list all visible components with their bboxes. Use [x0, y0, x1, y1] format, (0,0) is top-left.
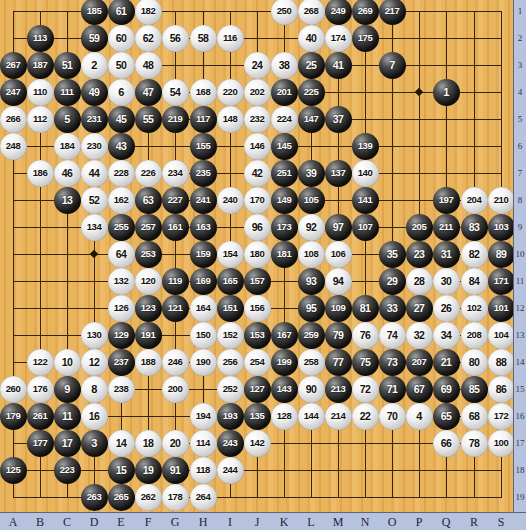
white-stone-H16-move-194[interactable]: 194: [190, 403, 217, 430]
black-stone-E19-move-265[interactable]: 265: [108, 484, 135, 511]
black-stone-K8-move-149[interactable]: 149: [271, 187, 298, 214]
white-stone-R8-move-204[interactable]: 204: [461, 187, 488, 214]
white-stone-D8-move-52[interactable]: 52: [81, 187, 108, 214]
black-stone-A4-move-247[interactable]: 247: [0, 79, 27, 106]
white-stone-G2-move-56[interactable]: 56: [162, 25, 189, 52]
column-label-H: H: [199, 515, 208, 530]
black-stone-C16-move-11[interactable]: 11: [54, 403, 81, 430]
column-label-S: S: [498, 515, 505, 530]
white-stone-O13-move-74[interactable]: 74: [379, 322, 406, 349]
black-stone-L12-move-95[interactable]: 95: [298, 295, 325, 322]
black-stone-K6-move-145[interactable]: 145: [271, 133, 298, 160]
black-stone-G18-move-91[interactable]: 91: [162, 457, 189, 484]
black-stone-H5-move-117[interactable]: 117: [190, 106, 217, 133]
white-stone-E4-move-6[interactable]: 6: [108, 79, 135, 106]
black-stone-Q9-move-211[interactable]: 211: [433, 214, 460, 241]
white-stone-F7-move-226[interactable]: 226: [135, 160, 162, 187]
white-stone-S16-move-172[interactable]: 172: [488, 403, 515, 430]
black-stone-B17-move-177[interactable]: 177: [27, 430, 54, 457]
black-stone-F12-move-123[interactable]: 123: [135, 295, 162, 322]
black-stone-D1-move-185[interactable]: 185: [81, 0, 108, 25]
black-stone-A18-move-125[interactable]: 125: [0, 457, 27, 484]
row-label-2: 2: [514, 33, 526, 43]
column-label-J: J: [255, 515, 260, 530]
black-stone-J15-move-127[interactable]: 127: [244, 376, 271, 403]
black-stone-D5-move-231[interactable]: 231: [81, 106, 108, 133]
white-stone-J8-move-170[interactable]: 170: [244, 187, 271, 214]
white-stone-L2-move-40[interactable]: 40: [298, 25, 325, 52]
column-label-B: B: [36, 515, 44, 530]
white-stone-M11-move-94[interactable]: 94: [325, 268, 352, 295]
black-stone-N9-move-107[interactable]: 107: [352, 214, 379, 241]
white-stone-J10-move-180[interactable]: 180: [244, 241, 271, 268]
white-stone-J4-move-202[interactable]: 202: [244, 79, 271, 106]
white-stone-I4-move-220[interactable]: 220: [217, 79, 244, 106]
row-coordinates-axis: 12345678910111213141516171819: [513, 0, 526, 512]
white-stone-I13-move-152[interactable]: 152: [217, 322, 244, 349]
black-stone-O12-move-33[interactable]: 33: [379, 295, 406, 322]
black-stone-S11-move-171[interactable]: 171: [488, 268, 515, 295]
white-stone-D13-move-130[interactable]: 130: [81, 322, 108, 349]
black-stone-C8-move-13[interactable]: 13: [54, 187, 81, 214]
black-stone-F10-move-253[interactable]: 253: [135, 241, 162, 268]
black-stone-I11-move-165[interactable]: 165: [217, 268, 244, 295]
white-stone-I8-move-240[interactable]: 240: [217, 187, 244, 214]
white-stone-J5-move-232[interactable]: 232: [244, 106, 271, 133]
white-stone-J14-move-254[interactable]: 254: [244, 349, 271, 376]
black-stone-Q16-move-65[interactable]: 65: [433, 403, 460, 430]
white-stone-J6-move-146[interactable]: 146: [244, 133, 271, 160]
white-stone-C6-move-184[interactable]: 184: [54, 133, 81, 160]
black-stone-L5-move-147[interactable]: 147: [298, 106, 325, 133]
black-stone-Q15-move-69[interactable]: 69: [433, 376, 460, 403]
black-stone-I17-move-243[interactable]: 243: [217, 430, 244, 457]
black-stone-B16-move-261[interactable]: 261: [27, 403, 54, 430]
black-stone-C17-move-17[interactable]: 17: [54, 430, 81, 457]
black-stone-I12-move-151[interactable]: 151: [217, 295, 244, 322]
row-label-7: 7: [514, 168, 526, 178]
white-stone-K16-move-128[interactable]: 128: [271, 403, 298, 430]
white-stone-J9-move-96[interactable]: 96: [244, 214, 271, 241]
black-stone-M7-move-137[interactable]: 137: [325, 160, 352, 187]
column-label-N: N: [361, 515, 370, 530]
black-stone-A16-move-179[interactable]: 179: [0, 403, 27, 430]
black-stone-F13-move-191[interactable]: 191: [135, 322, 162, 349]
black-stone-H7-move-235[interactable]: 235: [190, 160, 217, 187]
white-stone-J17-move-142[interactable]: 142: [244, 430, 271, 457]
white-stone-D7-move-44[interactable]: 44: [81, 160, 108, 187]
black-stone-L7-move-39[interactable]: 39: [298, 160, 325, 187]
white-stone-I15-move-252[interactable]: 252: [217, 376, 244, 403]
column-label-A: A: [9, 515, 18, 530]
row-label-4: 4: [514, 87, 526, 97]
white-stone-H13-move-150[interactable]: 150: [190, 322, 217, 349]
column-label-K: K: [280, 515, 289, 530]
white-stone-G14-move-246[interactable]: 246: [162, 349, 189, 376]
white-stone-L1-move-268[interactable]: 268: [298, 0, 325, 25]
black-stone-N8-move-141[interactable]: 141: [352, 187, 379, 214]
white-stone-L15-move-90[interactable]: 90: [298, 376, 325, 403]
black-stone-Q10-move-31[interactable]: 31: [433, 241, 460, 268]
black-stone-D4-move-49[interactable]: 49: [81, 79, 108, 106]
column-label-E: E: [117, 515, 124, 530]
white-stone-F17-move-18[interactable]: 18: [135, 430, 162, 457]
white-stone-B14-move-122[interactable]: 122: [27, 349, 54, 376]
white-stone-H14-move-190[interactable]: 190: [190, 349, 217, 376]
white-stone-D14-move-12[interactable]: 12: [81, 349, 108, 376]
white-stone-H18-move-118[interactable]: 118: [190, 457, 217, 484]
white-stone-H17-move-114[interactable]: 114: [190, 430, 217, 457]
white-stone-A15-move-260[interactable]: 260: [0, 376, 27, 403]
white-stone-D3-move-2[interactable]: 2: [81, 52, 108, 79]
column-label-F: F: [145, 515, 152, 530]
white-stone-S14-move-88[interactable]: 88: [488, 349, 515, 376]
white-stone-E7-move-228[interactable]: 228: [108, 160, 135, 187]
go-board[interactable]: 1856118225026824926921711359606256581164…: [0, 0, 513, 512]
black-stone-B2-move-113[interactable]: 113: [27, 25, 54, 52]
white-stone-D16-move-16[interactable]: 16: [81, 403, 108, 430]
black-stone-F18-move-19[interactable]: 19: [135, 457, 162, 484]
white-stone-J12-move-156[interactable]: 156: [244, 295, 271, 322]
black-stone-N1-move-269[interactable]: 269: [352, 0, 379, 25]
white-stone-C14-move-10[interactable]: 10: [54, 349, 81, 376]
black-stone-C3-move-51[interactable]: 51: [54, 52, 81, 79]
white-stone-H4-move-168[interactable]: 168: [190, 79, 217, 106]
black-stone-H8-move-241[interactable]: 241: [190, 187, 217, 214]
white-stone-L16-move-144[interactable]: 144: [298, 403, 325, 430]
white-stone-S13-move-104[interactable]: 104: [488, 322, 515, 349]
black-stone-M9-move-97[interactable]: 97: [325, 214, 352, 241]
black-stone-J16-move-135[interactable]: 135: [244, 403, 271, 430]
column-label-G: G: [171, 515, 180, 530]
row-label-14: 14: [514, 357, 526, 367]
black-stone-L8-move-105[interactable]: 105: [298, 187, 325, 214]
column-label-L: L: [307, 515, 314, 530]
black-stone-N2-move-175[interactable]: 175: [352, 25, 379, 52]
white-stone-J3-move-24[interactable]: 24: [244, 52, 271, 79]
white-stone-N15-move-72[interactable]: 72: [352, 376, 379, 403]
white-stone-R11-move-84[interactable]: 84: [461, 268, 488, 295]
black-stone-P9-move-205[interactable]: 205: [406, 214, 433, 241]
black-stone-E13-move-129[interactable]: 129: [108, 322, 135, 349]
black-stone-O14-move-73[interactable]: 73: [379, 349, 406, 376]
white-stone-L14-move-258[interactable]: 258: [298, 349, 325, 376]
black-stone-Q14-move-21[interactable]: 21: [433, 349, 460, 376]
black-stone-Q4-move-1[interactable]: 1: [433, 79, 460, 106]
white-stone-L9-move-92[interactable]: 92: [298, 214, 325, 241]
black-stone-E1-move-61[interactable]: 61: [108, 0, 135, 25]
white-stone-R16-move-68[interactable]: 68: [461, 403, 488, 430]
black-stone-N14-move-75[interactable]: 75: [352, 349, 379, 376]
white-stone-E15-move-238[interactable]: 238: [108, 376, 135, 403]
black-stone-D17-move-3[interactable]: 3: [81, 430, 108, 457]
white-stone-Q17-move-66[interactable]: 66: [433, 430, 460, 457]
black-stone-R15-move-85[interactable]: 85: [461, 376, 488, 403]
white-stone-E10-move-64[interactable]: 64: [108, 241, 135, 268]
star-point-D10: [90, 250, 98, 258]
white-stone-E8-move-162[interactable]: 162: [108, 187, 135, 214]
black-stone-H6-move-155[interactable]: 155: [190, 133, 217, 160]
black-stone-L11-move-93[interactable]: 93: [298, 268, 325, 295]
black-stone-G11-move-119[interactable]: 119: [162, 268, 189, 295]
white-stone-G7-move-234[interactable]: 234: [162, 160, 189, 187]
black-stone-J11-move-157[interactable]: 157: [244, 268, 271, 295]
column-coordinates-axis: ABCDEFGHIJKLMNOPQRS: [0, 512, 526, 530]
black-stone-L13-move-259[interactable]: 259: [298, 322, 325, 349]
white-stone-E12-move-126[interactable]: 126: [108, 295, 135, 322]
white-stone-R13-move-208[interactable]: 208: [461, 322, 488, 349]
white-stone-C7-move-46[interactable]: 46: [54, 160, 81, 187]
white-stone-Q12-move-26[interactable]: 26: [433, 295, 460, 322]
row-label-19: 19: [514, 492, 526, 502]
white-stone-F1-move-182[interactable]: 182: [135, 0, 162, 25]
black-stone-K13-move-167[interactable]: 167: [271, 322, 298, 349]
black-stone-O11-move-29[interactable]: 29: [379, 268, 406, 295]
black-stone-F8-move-63[interactable]: 63: [135, 187, 162, 214]
white-stone-A6-move-248[interactable]: 248: [0, 133, 27, 160]
black-stone-Q8-move-197[interactable]: 197: [433, 187, 460, 214]
black-stone-N6-move-139[interactable]: 139: [352, 133, 379, 160]
black-stone-O15-move-71[interactable]: 71: [379, 376, 406, 403]
white-stone-M2-move-174[interactable]: 174: [325, 25, 352, 52]
white-stone-G19-move-178[interactable]: 178: [162, 484, 189, 511]
black-stone-K9-move-173[interactable]: 173: [271, 214, 298, 241]
black-stone-M13-move-79[interactable]: 79: [325, 322, 352, 349]
white-stone-E11-move-132[interactable]: 132: [108, 268, 135, 295]
row-label-11: 11: [514, 276, 526, 286]
white-stone-M10-move-106[interactable]: 106: [325, 241, 352, 268]
white-stone-P13-move-32[interactable]: 32: [406, 322, 433, 349]
column-label-R: R: [470, 515, 478, 530]
black-stone-S10-move-89[interactable]: 89: [488, 241, 515, 268]
black-stone-K15-move-143[interactable]: 143: [271, 376, 298, 403]
row-label-5: 5: [514, 114, 526, 124]
black-stone-R9-move-83[interactable]: 83: [461, 214, 488, 241]
white-stone-I18-move-244[interactable]: 244: [217, 457, 244, 484]
white-stone-P16-move-4[interactable]: 4: [406, 403, 433, 430]
row-label-17: 17: [514, 438, 526, 448]
white-stone-E3-move-50[interactable]: 50: [108, 52, 135, 79]
star-point-P4: [415, 88, 423, 96]
white-stone-R17-move-78[interactable]: 78: [461, 430, 488, 457]
black-stone-P14-move-207[interactable]: 207: [406, 349, 433, 376]
white-stone-R14-move-80[interactable]: 80: [461, 349, 488, 376]
black-stone-C4-move-111[interactable]: 111: [54, 79, 81, 106]
row-label-9: 9: [514, 222, 526, 232]
column-label-O: O: [388, 515, 397, 530]
white-stone-H12-move-164[interactable]: 164: [190, 295, 217, 322]
white-stone-Q11-move-30[interactable]: 30: [433, 268, 460, 295]
black-stone-E9-move-255[interactable]: 255: [108, 214, 135, 241]
row-label-13: 13: [514, 330, 526, 340]
white-stone-I14-move-256[interactable]: 256: [217, 349, 244, 376]
black-stone-C18-move-223[interactable]: 223: [54, 457, 81, 484]
black-stone-H10-move-159[interactable]: 159: [190, 241, 217, 268]
black-stone-M1-move-249[interactable]: 249: [325, 0, 352, 25]
black-stone-S12-move-101[interactable]: 101: [488, 295, 515, 322]
black-stone-I16-move-193[interactable]: 193: [217, 403, 244, 430]
column-label-Q: Q: [442, 515, 451, 530]
black-stone-G8-move-227[interactable]: 227: [162, 187, 189, 214]
white-stone-I2-move-116[interactable]: 116: [217, 25, 244, 52]
white-stone-Q13-move-34[interactable]: 34: [433, 322, 460, 349]
row-label-16: 16: [514, 411, 526, 421]
white-stone-S17-move-100[interactable]: 100: [488, 430, 515, 457]
black-stone-F4-move-47[interactable]: 47: [135, 79, 162, 106]
black-stone-F5-move-55[interactable]: 55: [135, 106, 162, 133]
white-stone-A5-move-266[interactable]: 266: [0, 106, 27, 133]
black-stone-N12-move-81[interactable]: 81: [352, 295, 379, 322]
white-stone-F2-move-62[interactable]: 62: [135, 25, 162, 52]
row-label-1: 1: [514, 6, 526, 16]
row-label-18: 18: [514, 465, 526, 475]
black-stone-G12-move-121[interactable]: 121: [162, 295, 189, 322]
column-label-M: M: [333, 515, 344, 530]
black-stone-G9-move-161[interactable]: 161: [162, 214, 189, 241]
black-stone-O10-move-35[interactable]: 35: [379, 241, 406, 268]
white-stone-S15-move-86[interactable]: 86: [488, 376, 515, 403]
column-label-D: D: [90, 515, 99, 530]
white-stone-G15-move-200[interactable]: 200: [162, 376, 189, 403]
black-stone-A3-move-267[interactable]: 267: [0, 52, 27, 79]
black-stone-G5-move-219[interactable]: 219: [162, 106, 189, 133]
row-label-6: 6: [514, 141, 526, 151]
white-stone-F3-move-48[interactable]: 48: [135, 52, 162, 79]
black-stone-D19-move-263[interactable]: 263: [81, 484, 108, 511]
white-stone-G17-move-20[interactable]: 20: [162, 430, 189, 457]
black-stone-B3-move-187[interactable]: 187: [27, 52, 54, 79]
row-label-8: 8: [514, 195, 526, 205]
black-stone-J13-move-153[interactable]: 153: [244, 322, 271, 349]
column-label-I: I: [228, 515, 232, 530]
white-stone-E2-move-60[interactable]: 60: [108, 25, 135, 52]
black-stone-P12-move-27[interactable]: 27: [406, 295, 433, 322]
white-stone-K3-move-38[interactable]: 38: [271, 52, 298, 79]
white-stone-K5-move-224[interactable]: 224: [271, 106, 298, 133]
black-stone-C15-move-9[interactable]: 9: [54, 376, 81, 403]
white-stone-H2-move-58[interactable]: 58: [190, 25, 217, 52]
black-stone-K7-move-251[interactable]: 251: [271, 160, 298, 187]
go-game-record-window: 1856118225026824926921711359606256581164…: [0, 0, 526, 530]
white-stone-J7-move-42[interactable]: 42: [244, 160, 271, 187]
black-stone-S9-move-103[interactable]: 103: [488, 214, 515, 241]
white-stone-I5-move-148[interactable]: 148: [217, 106, 244, 133]
black-stone-L3-move-25[interactable]: 25: [298, 52, 325, 79]
black-stone-K4-move-201[interactable]: 201: [271, 79, 298, 106]
black-stone-H9-move-163[interactable]: 163: [190, 214, 217, 241]
white-stone-F11-move-120[interactable]: 120: [135, 268, 162, 295]
black-stone-O1-move-217[interactable]: 217: [379, 0, 406, 25]
black-stone-M12-move-109[interactable]: 109: [325, 295, 352, 322]
black-stone-M5-move-37[interactable]: 37: [325, 106, 352, 133]
white-stone-N7-move-140[interactable]: 140: [352, 160, 379, 187]
black-stone-F9-move-257[interactable]: 257: [135, 214, 162, 241]
black-stone-M15-move-213[interactable]: 213: [325, 376, 352, 403]
black-stone-M3-move-41[interactable]: 41: [325, 52, 352, 79]
white-stone-B5-move-112[interactable]: 112: [27, 106, 54, 133]
white-stone-N13-move-76[interactable]: 76: [352, 322, 379, 349]
white-stone-E17-move-14[interactable]: 14: [108, 430, 135, 457]
black-stone-E5-move-45[interactable]: 45: [108, 106, 135, 133]
white-stone-F14-move-188[interactable]: 188: [135, 349, 162, 376]
black-stone-M14-move-77[interactable]: 77: [325, 349, 352, 376]
row-label-12: 12: [514, 303, 526, 313]
black-stone-P10-move-23[interactable]: 23: [406, 241, 433, 268]
row-label-15: 15: [514, 384, 526, 394]
white-stone-H19-move-264[interactable]: 264: [190, 484, 217, 511]
black-stone-K10-move-181[interactable]: 181: [271, 241, 298, 268]
white-stone-O16-move-70[interactable]: 70: [379, 403, 406, 430]
row-label-10: 10: [514, 249, 526, 259]
white-stone-B4-move-110[interactable]: 110: [27, 79, 54, 106]
black-stone-L4-move-225[interactable]: 225: [298, 79, 325, 106]
black-stone-H11-move-169[interactable]: 169: [190, 268, 217, 295]
row-label-3: 3: [514, 60, 526, 70]
white-stone-K1-move-250[interactable]: 250: [271, 0, 298, 25]
white-stone-L10-move-108[interactable]: 108: [298, 241, 325, 268]
column-label-P: P: [416, 515, 423, 530]
white-stone-R10-move-82[interactable]: 82: [461, 241, 488, 268]
white-stone-F19-move-262[interactable]: 262: [135, 484, 162, 511]
white-stone-P11-move-28[interactable]: 28: [406, 268, 433, 295]
white-stone-R12-move-102[interactable]: 102: [461, 295, 488, 322]
white-stone-M16-move-214[interactable]: 214: [325, 403, 352, 430]
black-stone-E14-move-237[interactable]: 237: [108, 349, 135, 376]
black-stone-E6-move-43[interactable]: 43: [108, 133, 135, 160]
black-stone-P15-move-67[interactable]: 67: [406, 376, 433, 403]
white-stone-D9-move-134[interactable]: 134: [81, 214, 108, 241]
black-stone-K14-move-199[interactable]: 199: [271, 349, 298, 376]
column-label-C: C: [63, 515, 71, 530]
white-stone-G4-move-54[interactable]: 54: [162, 79, 189, 106]
white-stone-B7-move-186[interactable]: 186: [27, 160, 54, 187]
black-stone-E18-move-15[interactable]: 15: [108, 457, 135, 484]
white-stone-D6-move-230[interactable]: 230: [81, 133, 108, 160]
white-stone-D15-move-8[interactable]: 8: [81, 376, 108, 403]
black-stone-C5-move-5[interactable]: 5: [54, 106, 81, 133]
black-stone-D2-move-59[interactable]: 59: [81, 25, 108, 52]
white-stone-B15-move-176[interactable]: 176: [27, 376, 54, 403]
white-stone-S8-move-210[interactable]: 210: [488, 187, 515, 214]
white-stone-N16-move-22[interactable]: 22: [352, 403, 379, 430]
white-stone-I10-move-154[interactable]: 154: [217, 241, 244, 268]
black-stone-O3-move-7[interactable]: 7: [379, 52, 406, 79]
